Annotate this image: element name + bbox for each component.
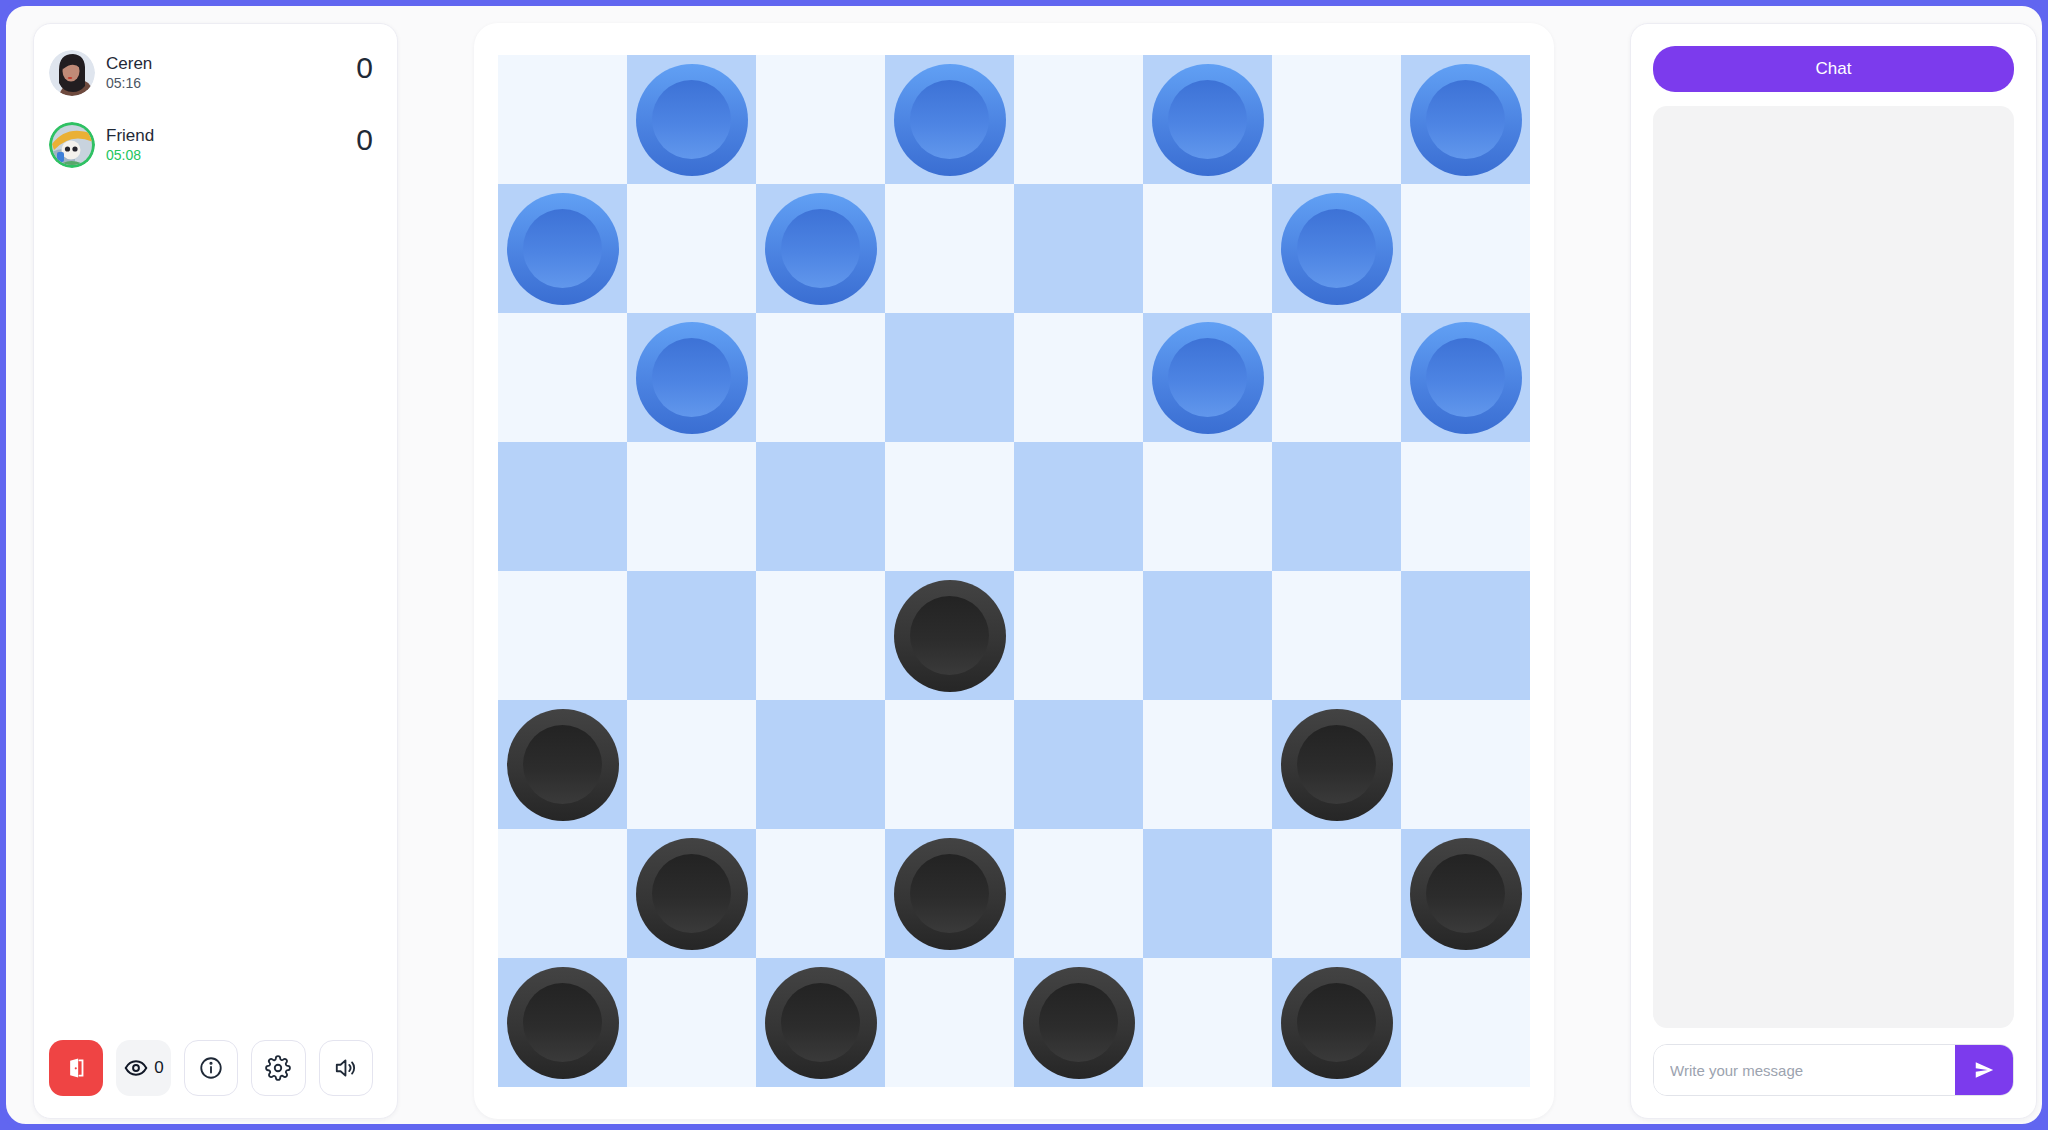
spectator-count: 0 [154, 1058, 163, 1078]
piece-inner-face [1297, 983, 1376, 1062]
checker-piece-dark[interactable] [894, 838, 1006, 950]
checker-piece-blue[interactable] [765, 193, 877, 305]
board-square[interactable] [1272, 55, 1401, 184]
board-square[interactable] [627, 571, 756, 700]
board-square[interactable] [756, 313, 885, 442]
chat-header-button[interactable]: Chat [1653, 46, 2014, 92]
board-square[interactable] [498, 184, 627, 313]
checker-piece-dark[interactable] [507, 709, 619, 821]
avatar-friend-image [49, 122, 95, 168]
piece-inner-face [1297, 209, 1376, 288]
piece-inner-face [652, 80, 731, 159]
player-row-friend: Friend 05:08 0 [49, 122, 373, 168]
board-square[interactable] [1401, 184, 1530, 313]
board-square[interactable] [498, 829, 627, 958]
board-square[interactable] [1401, 829, 1530, 958]
board-square[interactable] [498, 442, 627, 571]
board-square[interactable] [885, 313, 1014, 442]
board-square[interactable] [627, 829, 756, 958]
chat-input-row [1653, 1044, 2014, 1096]
send-paper-plane-icon [1973, 1059, 1995, 1081]
board-square[interactable] [1401, 700, 1530, 829]
piece-inner-face [652, 338, 731, 417]
checker-piece-dark[interactable] [765, 967, 877, 1079]
player-timer: 05:16 [106, 75, 152, 91]
board-square[interactable] [1014, 442, 1143, 571]
piece-inner-face [652, 854, 731, 933]
piece-inner-face [1168, 80, 1247, 159]
checker-piece-dark[interactable] [894, 580, 1006, 692]
speaker-icon [333, 1055, 359, 1081]
board-square[interactable] [1014, 700, 1143, 829]
gear-icon [265, 1055, 291, 1081]
board-square[interactable] [885, 442, 1014, 571]
board-square[interactable] [1401, 442, 1530, 571]
checkers-board [498, 55, 1530, 1087]
piece-inner-face [1039, 983, 1118, 1062]
board-square[interactable] [756, 958, 885, 1087]
piece-inner-face [910, 596, 989, 675]
app-window: Ceren 05:16 0 [0, 0, 2048, 1130]
board-square[interactable] [1014, 571, 1143, 700]
checker-piece-blue[interactable] [507, 193, 619, 305]
board-square[interactable] [1143, 313, 1272, 442]
board-square[interactable] [1272, 442, 1401, 571]
board-square[interactable] [627, 958, 756, 1087]
checker-piece-dark[interactable] [636, 838, 748, 950]
chat-messages-area [1653, 106, 2014, 1028]
avatar-ceren [49, 50, 95, 96]
checker-piece-blue[interactable] [1152, 64, 1264, 176]
player-info: Ceren 05:16 [106, 55, 152, 92]
board-square[interactable] [1272, 184, 1401, 313]
player-name: Ceren [106, 55, 152, 74]
players-panel: Ceren 05:16 0 [33, 23, 398, 1119]
board-square[interactable] [885, 184, 1014, 313]
board-square[interactable] [1143, 184, 1272, 313]
board-square[interactable] [1143, 958, 1272, 1087]
piece-inner-face [1426, 80, 1505, 159]
board-square[interactable] [1143, 442, 1272, 571]
board-square[interactable] [1272, 829, 1401, 958]
board-square[interactable] [627, 55, 756, 184]
send-message-button[interactable] [1955, 1045, 2013, 1095]
board-card [474, 23, 1554, 1119]
piece-inner-face [781, 209, 860, 288]
checker-piece-blue[interactable] [1410, 322, 1522, 434]
board-square[interactable] [498, 700, 627, 829]
board-square[interactable] [1014, 55, 1143, 184]
board-square[interactable] [1014, 958, 1143, 1087]
board-square[interactable] [627, 313, 756, 442]
board-square[interactable] [885, 700, 1014, 829]
board-square[interactable] [1272, 958, 1401, 1087]
piece-inner-face [781, 983, 860, 1062]
board-square[interactable] [498, 958, 627, 1087]
eye-icon [123, 1055, 149, 1081]
piece-inner-face [1168, 338, 1247, 417]
board-square[interactable] [1401, 958, 1530, 1087]
player-row-ceren: Ceren 05:16 0 [49, 50, 373, 96]
board-square[interactable] [498, 571, 627, 700]
board-square[interactable] [885, 571, 1014, 700]
board-square[interactable] [627, 184, 756, 313]
checker-piece-dark[interactable] [507, 967, 619, 1079]
board-square[interactable] [885, 829, 1014, 958]
board-square[interactable] [1272, 313, 1401, 442]
board-square[interactable] [1014, 313, 1143, 442]
piece-inner-face [523, 983, 602, 1062]
board-square[interactable] [1272, 700, 1401, 829]
board-square[interactable] [885, 958, 1014, 1087]
game-controls: 0 [49, 1040, 373, 1096]
checker-piece-blue[interactable] [1152, 322, 1264, 434]
info-button[interactable] [184, 1040, 238, 1096]
board-square[interactable] [1014, 184, 1143, 313]
checker-piece-dark[interactable] [1410, 838, 1522, 950]
board-square[interactable] [1401, 313, 1530, 442]
door-exit-icon [63, 1055, 89, 1081]
board-square[interactable] [756, 829, 885, 958]
checker-piece-dark[interactable] [1281, 967, 1393, 1079]
sound-button[interactable] [319, 1040, 373, 1096]
piece-inner-face [523, 209, 602, 288]
board-square[interactable] [627, 700, 756, 829]
checker-piece-blue[interactable] [1410, 64, 1522, 176]
checker-piece-blue[interactable] [1281, 193, 1393, 305]
avatar-ceren-image [49, 50, 95, 96]
player-timer: 05:08 [106, 147, 154, 163]
board-square[interactable] [1143, 700, 1272, 829]
player-info: Friend 05:08 [106, 127, 154, 164]
checker-piece-dark[interactable] [1023, 967, 1135, 1079]
piece-inner-face [1297, 725, 1376, 804]
board-square[interactable] [627, 442, 756, 571]
chat-message-input[interactable] [1654, 1045, 1955, 1095]
board-square[interactable] [1272, 571, 1401, 700]
board-square[interactable] [498, 55, 627, 184]
board-square[interactable] [1143, 829, 1272, 958]
player-score: 0 [356, 122, 373, 158]
spectators-button[interactable]: 0 [116, 1040, 170, 1096]
chat-panel: Chat [1630, 23, 2037, 1119]
exit-button[interactable] [49, 1040, 103, 1096]
board-square[interactable] [498, 313, 627, 442]
info-icon [198, 1055, 224, 1081]
board-square[interactable] [756, 442, 885, 571]
settings-button[interactable] [251, 1040, 305, 1096]
board-square[interactable] [1401, 55, 1530, 184]
piece-inner-face [523, 725, 602, 804]
board-square[interactable] [756, 700, 885, 829]
piece-inner-face [1426, 338, 1505, 417]
checker-piece-dark[interactable] [1281, 709, 1393, 821]
piece-inner-face [910, 80, 989, 159]
player-name: Friend [106, 127, 154, 146]
checker-piece-blue[interactable] [894, 64, 1006, 176]
avatar-friend [49, 122, 95, 168]
player-score: 0 [356, 50, 373, 86]
board-square[interactable] [756, 184, 885, 313]
board-square[interactable] [1401, 571, 1530, 700]
board-square[interactable] [1014, 829, 1143, 958]
board-square[interactable] [1143, 55, 1272, 184]
piece-inner-face [910, 854, 989, 933]
checker-piece-blue[interactable] [636, 322, 748, 434]
board-square[interactable] [756, 571, 885, 700]
board-square[interactable] [1143, 571, 1272, 700]
board-square[interactable] [756, 55, 885, 184]
piece-inner-face [1426, 854, 1505, 933]
board-square[interactable] [885, 55, 1014, 184]
checker-piece-blue[interactable] [636, 64, 748, 176]
